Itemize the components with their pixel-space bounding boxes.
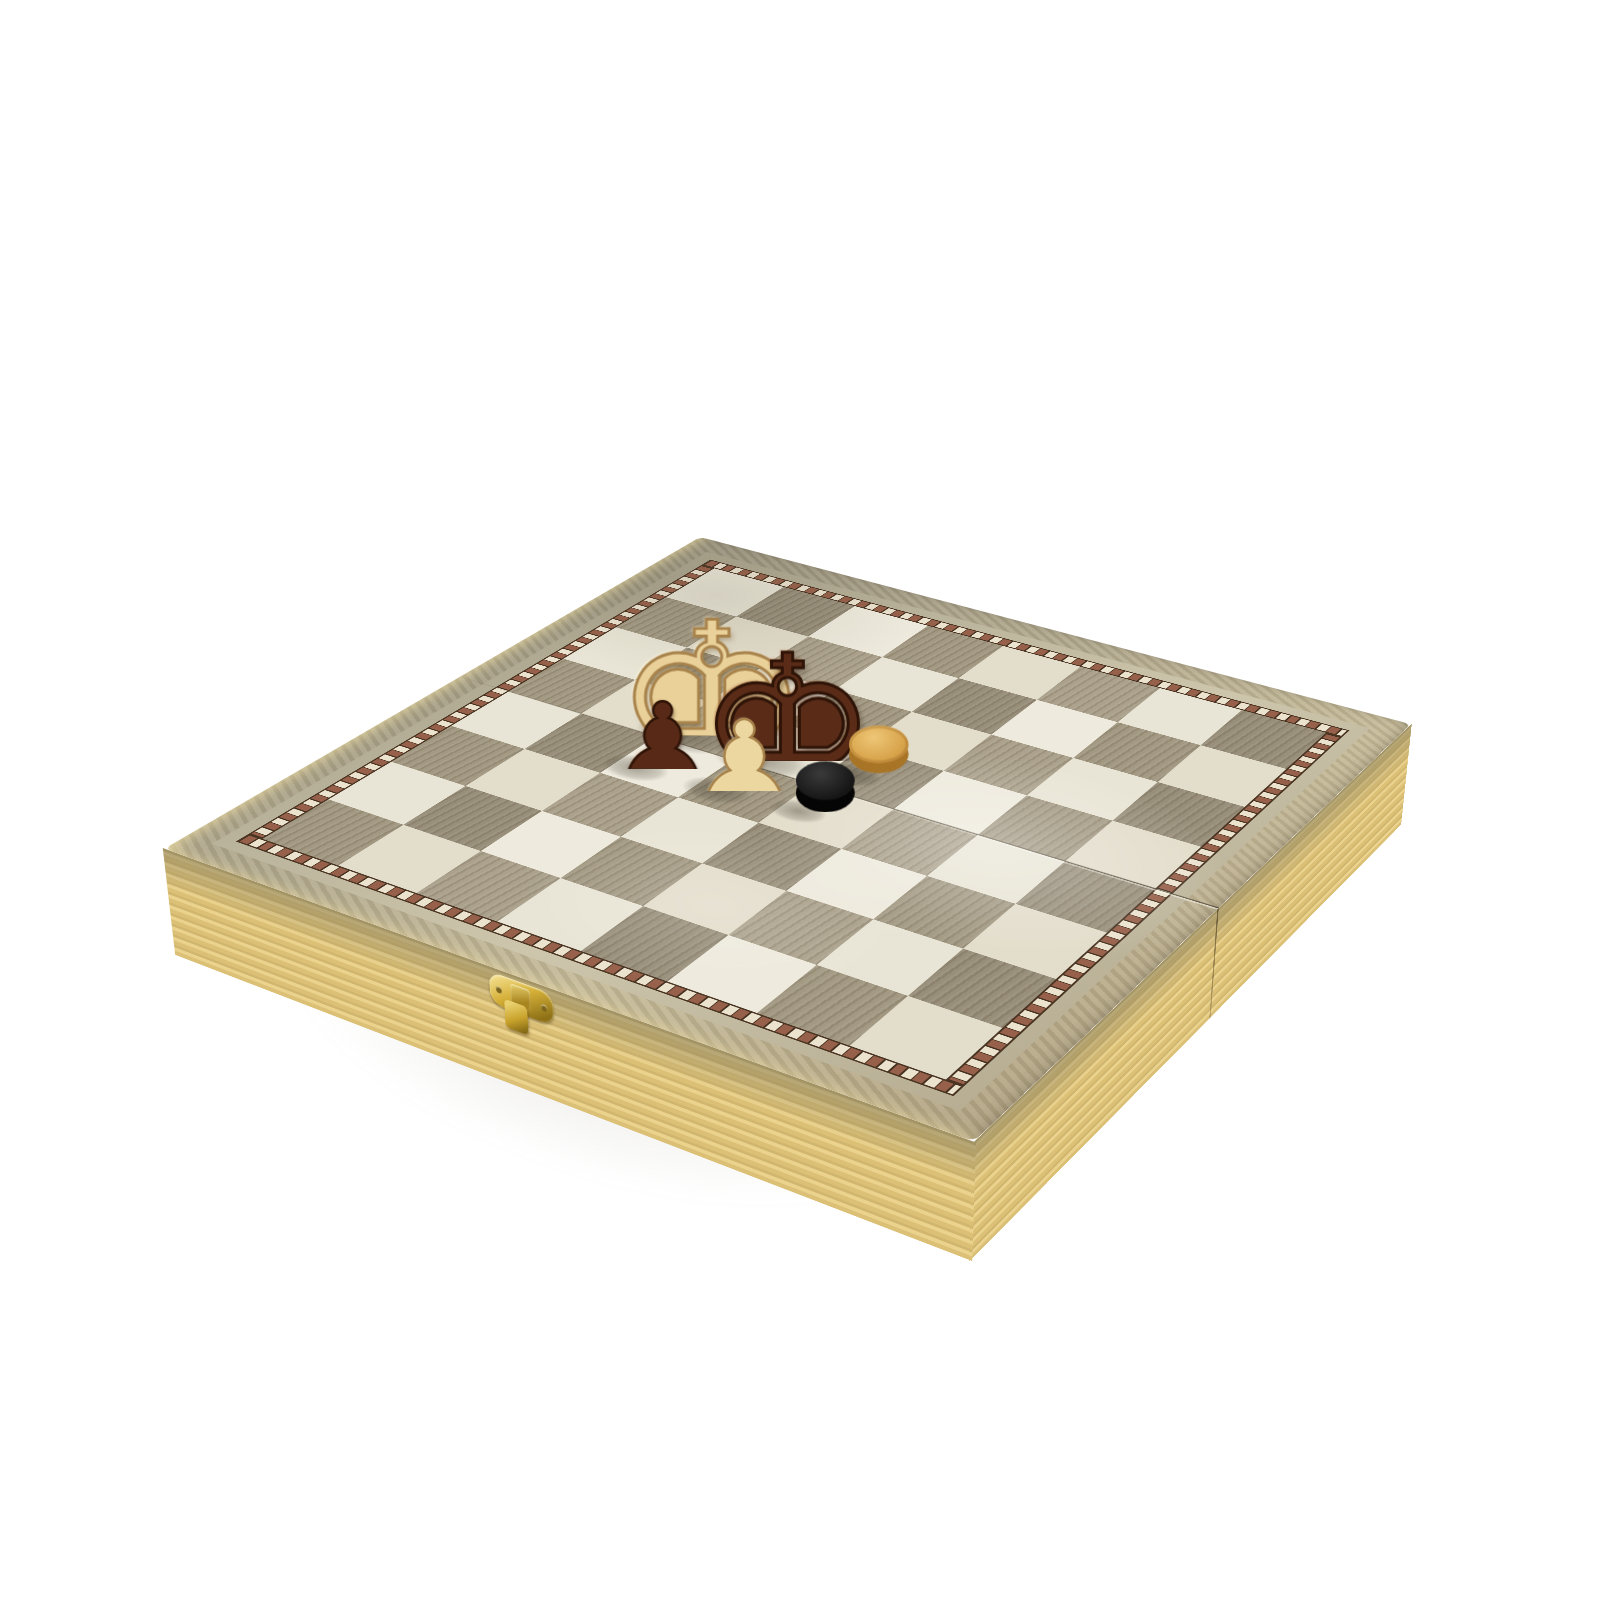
black-checker-top [796,761,855,800]
clasp-screw-icon [495,985,502,994]
product-photo-scene: ♚♚♟♟ [0,0,1600,1600]
fold-seam-edge [1209,908,1218,1019]
clasp-screw-icon [541,1004,548,1013]
